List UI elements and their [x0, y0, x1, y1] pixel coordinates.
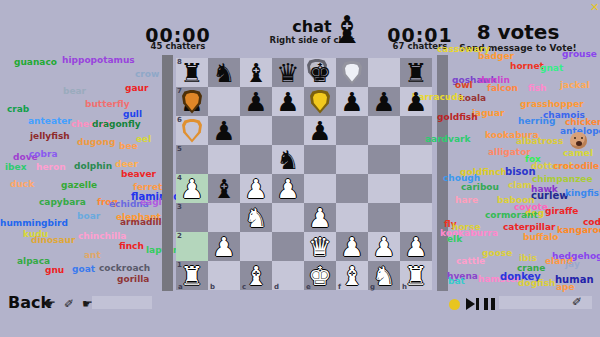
- square-d1[interactable]: d: [272, 261, 304, 290]
- square-a1[interactable]: 1a♜: [176, 261, 208, 290]
- chatter-name: cattle: [456, 256, 485, 266]
- square-e5[interactable]: [304, 145, 336, 174]
- file-label: h: [402, 283, 407, 291]
- chatter-name: crocodile: [553, 161, 599, 171]
- chatter-name: aardvark: [425, 134, 470, 144]
- chatter-name: dinosaur: [31, 235, 75, 245]
- chatter-name: curlew: [531, 191, 568, 201]
- chatter-name: cockroach: [99, 263, 150, 273]
- chatter-name: eel: [136, 134, 151, 144]
- chatter-name: jay: [565, 259, 580, 269]
- chatter-name: herring: [518, 116, 555, 126]
- draw-tool-icon[interactable]: ☛: [45, 297, 56, 311]
- chatter-name: caterpillar: [503, 222, 555, 232]
- chatter-name: finch: [119, 241, 144, 251]
- square-b7[interactable]: [208, 87, 240, 116]
- square-c5[interactable]: [240, 145, 272, 174]
- chatter-name: boar: [77, 211, 100, 221]
- square-c2[interactable]: [240, 232, 272, 261]
- square-d4[interactable]: ♟: [272, 174, 304, 203]
- chatter-name: capybara: [39, 197, 86, 207]
- square-c8[interactable]: ♝: [240, 58, 272, 87]
- square-c6[interactable]: [240, 116, 272, 145]
- left-slider-track[interactable]: [92, 296, 152, 309]
- square-b1[interactable]: b: [208, 261, 240, 290]
- square-h1[interactable]: h♜: [400, 261, 432, 290]
- black-knight-b8[interactable]: ♞: [208, 58, 240, 88]
- chatter-name: hornet: [510, 61, 544, 71]
- square-g2[interactable]: ♟: [368, 232, 400, 261]
- rank-label: 4: [177, 174, 182, 182]
- square-d8[interactable]: ♛: [272, 58, 304, 87]
- chatter-name: falcon: [487, 83, 518, 93]
- square-g8[interactable]: [368, 58, 400, 87]
- rank-label: 5: [177, 145, 182, 153]
- rank-label: 3: [177, 203, 182, 211]
- square-b2[interactable]: ♟: [208, 232, 240, 261]
- black-pawn-c7[interactable]: ♟: [240, 87, 272, 117]
- black-pawn-f7[interactable]: ♟: [336, 87, 368, 117]
- chatter-name: goose: [482, 248, 512, 258]
- square-h8[interactable]: ♜: [400, 58, 432, 87]
- chatter-name: hare: [455, 195, 478, 205]
- chatter-name: jellyfish: [30, 131, 70, 141]
- chatter-name: chinchilla: [78, 231, 126, 241]
- square-d2[interactable]: [272, 232, 304, 261]
- chatter-name: grouse: [562, 49, 597, 59]
- square-g6[interactable]: [368, 116, 400, 145]
- square-b3[interactable]: [208, 203, 240, 232]
- pause-button[interactable]: [484, 298, 495, 310]
- black-rook-h8[interactable]: ♜: [400, 58, 432, 88]
- black-bishop-c8[interactable]: ♝: [240, 58, 272, 88]
- rank-label: 1: [177, 261, 182, 269]
- square-e3[interactable]: ♟: [304, 203, 336, 232]
- chatter-name: crab: [7, 104, 29, 114]
- square-g7[interactable]: ♟: [368, 87, 400, 116]
- chatter-name: elk: [447, 234, 462, 244]
- close-icon[interactable]: ✕: [590, 1, 599, 14]
- rank-label: 2: [177, 232, 182, 240]
- chatter-name: clam: [508, 180, 532, 190]
- square-d6[interactable]: [272, 116, 304, 145]
- square-a3[interactable]: 3: [176, 203, 208, 232]
- chatter-name: buffalo: [523, 232, 558, 242]
- file-label: c: [242, 283, 246, 291]
- rank-label: 8: [177, 58, 182, 66]
- square-f7[interactable]: ♟: [336, 87, 368, 116]
- brush-icon[interactable]: ✐: [64, 297, 74, 311]
- square-h7[interactable]: ♟: [400, 87, 432, 116]
- chess-chat-game-window: 00:00 45 chatters chat Right side of cha…: [0, 0, 600, 337]
- square-e2[interactable]: ♛: [304, 232, 336, 261]
- chatter-name: giraffe: [545, 206, 578, 216]
- left-chatter-cloud: guanacohippopotamuscrowbeargaurcrabbutte…: [0, 50, 162, 295]
- chatter-name: deer: [115, 159, 138, 169]
- chatter-name: butterfly: [85, 99, 130, 109]
- black-pawn-d7[interactable]: ♟: [272, 87, 304, 117]
- white-pawn-g2[interactable]: ♟: [368, 232, 400, 262]
- square-f4[interactable]: [336, 174, 368, 203]
- white-pawn-h2[interactable]: ♟: [400, 232, 432, 262]
- square-f8[interactable]: [336, 58, 368, 87]
- file-label: e: [306, 283, 311, 291]
- chatter-name: camel: [563, 148, 593, 158]
- square-g1[interactable]: g♞: [368, 261, 400, 290]
- white-pawn-e3[interactable]: ♟: [304, 203, 336, 233]
- chatter-name: grasshopper: [520, 99, 584, 109]
- file-label: a: [178, 283, 183, 291]
- file-label: b: [210, 283, 215, 291]
- chatter-name: guanaco: [14, 57, 57, 67]
- square-b6[interactable]: ♟: [208, 116, 240, 145]
- black-pawn-e6[interactable]: ♟: [304, 116, 336, 146]
- square-b4[interactable]: ♝: [208, 174, 240, 203]
- rank-label: 6: [177, 116, 182, 124]
- status-dot: [449, 299, 460, 310]
- square-c3[interactable]: ♞: [240, 203, 272, 232]
- square-g5[interactable]: [368, 145, 400, 174]
- chatter-name: jackal: [560, 80, 590, 90]
- white-pawn-c4[interactable]: ♟: [240, 174, 272, 204]
- chess-board[interactable]: 8♜♞♝♛♚♜7♟♟♟♟♟♟6♟♟5♞4♟♝♟♟3♞♟2♟♛♟♟♟1a♜bc♝d…: [176, 58, 432, 290]
- vote-shield-e7: [310, 90, 330, 114]
- square-d5[interactable]: ♞: [272, 145, 304, 174]
- file-label: f: [338, 283, 341, 291]
- chatter-name: cormorant: [485, 210, 538, 220]
- square-c4[interactable]: ♟: [240, 174, 272, 203]
- chatter-name: ibex: [5, 162, 26, 172]
- chatter-name: bison: [505, 167, 536, 177]
- chatter-name: gnu: [45, 265, 64, 275]
- chatter-name: hummingbird: [0, 218, 68, 228]
- square-e6[interactable]: ♟: [304, 116, 336, 145]
- square-a7[interactable]: 7♟: [176, 87, 208, 116]
- file-label: d: [274, 283, 279, 291]
- square-f3[interactable]: [336, 203, 368, 232]
- chatter-name: ibis: [519, 253, 537, 263]
- vote-shield-f8: [342, 61, 362, 85]
- chatter-name: gazelle: [61, 180, 97, 190]
- chatter-name: goldfish: [437, 112, 478, 122]
- chatter-name: bat: [448, 276, 465, 286]
- bishop-icon: ♝: [330, 10, 364, 50]
- black-pawn-b6[interactable]: ♟: [208, 116, 240, 146]
- square-d7[interactable]: ♟: [272, 87, 304, 116]
- chatter-name: duck: [10, 179, 34, 189]
- square-e8[interactable]: ♚: [304, 58, 336, 87]
- black-knight-d5[interactable]: ♞: [272, 145, 304, 175]
- square-f2[interactable]: ♟: [336, 232, 368, 261]
- chatter-name: goat: [72, 264, 95, 274]
- square-a8[interactable]: 8♜: [176, 58, 208, 87]
- square-b8[interactable]: ♞: [208, 58, 240, 87]
- square-e4[interactable]: [304, 174, 336, 203]
- square-f6[interactable]: [336, 116, 368, 145]
- chatter-name: chimpanzee: [532, 174, 593, 184]
- chatter-name: dolphin: [74, 161, 112, 171]
- white-knight-c3[interactable]: ♞: [240, 203, 272, 233]
- chatter-name: kangaroo: [557, 225, 600, 235]
- square-g4[interactable]: [368, 174, 400, 203]
- rank-label: 7: [177, 87, 182, 95]
- chatter-name: dragonfly: [92, 119, 141, 129]
- square-h2[interactable]: ♟: [400, 232, 432, 261]
- chatter-name: bear: [63, 86, 86, 96]
- chatter-name: owl: [455, 80, 473, 90]
- chatter-name: kingfisher: [565, 188, 600, 198]
- file-label: g: [370, 283, 375, 291]
- black-pawn-g7[interactable]: ♟: [368, 87, 400, 117]
- face-emote: [570, 132, 587, 149]
- chatter-name: gnat: [540, 63, 563, 73]
- black-king-e8[interactable]: ♚: [304, 58, 336, 88]
- black-bishop-b4[interactable]: ♝: [208, 174, 240, 204]
- square-f5[interactable]: [336, 145, 368, 174]
- chatter-name: ape: [556, 282, 575, 292]
- square-e1[interactable]: e♚: [304, 261, 336, 290]
- chatter-name: badger: [478, 51, 514, 61]
- chatter-name: heron: [36, 162, 66, 172]
- square-a5[interactable]: 5: [176, 145, 208, 174]
- chatter-name: gull: [123, 109, 142, 119]
- square-e7[interactable]: [304, 87, 336, 116]
- white-pawn-f2[interactable]: ♟: [336, 232, 368, 262]
- white-pawn-d4[interactable]: ♟: [272, 174, 304, 204]
- square-a4[interactable]: 4♟: [176, 174, 208, 203]
- chatter-name: bee: [119, 141, 138, 151]
- white-queen-e2[interactable]: ♛: [304, 232, 336, 262]
- chatter-name: gaur: [125, 83, 148, 93]
- square-a6[interactable]: 6: [176, 116, 208, 145]
- white-pawn-b2[interactable]: ♟: [208, 232, 240, 262]
- black-pawn-h7[interactable]: ♟: [400, 87, 432, 117]
- square-g3[interactable]: [368, 203, 400, 232]
- square-d3[interactable]: [272, 203, 304, 232]
- black-queen-d8[interactable]: ♛: [272, 58, 304, 88]
- chatter-name: dogfish: [518, 278, 556, 288]
- chatter-name: anteater: [28, 116, 72, 126]
- chatter-name: beaver: [121, 169, 156, 179]
- chatter-name: ant: [84, 250, 101, 260]
- square-c1[interactable]: c♝: [240, 261, 272, 290]
- vote-shield-a6: [182, 119, 202, 143]
- chatter-name: caribou: [461, 182, 499, 192]
- chatter-name: gorilla: [117, 274, 149, 284]
- chatter-name: hippopotamus: [62, 55, 135, 65]
- square-a2[interactable]: 2: [176, 232, 208, 261]
- chatter-name: fish: [528, 83, 546, 93]
- chatter-name: albatross: [516, 136, 563, 146]
- chatter-name: dugong: [77, 137, 115, 147]
- chatter-name: crow: [135, 69, 159, 79]
- chatter-name: cobra: [29, 149, 57, 159]
- square-f1[interactable]: f♝: [336, 261, 368, 290]
- square-b5[interactable]: [208, 145, 240, 174]
- skip-button[interactable]: [466, 298, 479, 310]
- brush-icon-right[interactable]: ✐: [572, 295, 582, 309]
- square-c7[interactable]: ♟: [240, 87, 272, 116]
- left-scrollbar[interactable]: [162, 55, 173, 291]
- chatter-name: armadillo: [120, 217, 168, 227]
